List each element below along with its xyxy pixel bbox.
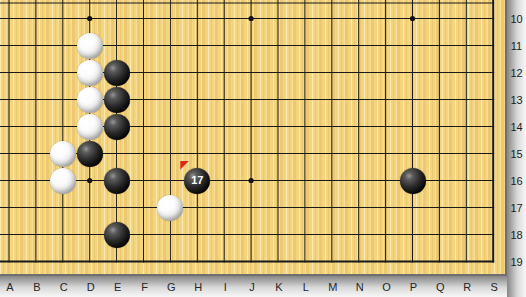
black-stone[interactable] bbox=[400, 168, 426, 194]
row-label: 10 bbox=[510, 13, 522, 25]
black-stone[interactable] bbox=[104, 87, 130, 113]
column-label: B bbox=[33, 281, 40, 293]
white-stone[interactable] bbox=[157, 195, 183, 221]
black-stone[interactable] bbox=[104, 60, 130, 86]
column-label: J bbox=[249, 281, 255, 293]
row-label: 12 bbox=[510, 67, 522, 79]
column-label: N bbox=[356, 281, 364, 293]
column-label: I bbox=[224, 281, 227, 293]
column-label: L bbox=[303, 281, 309, 293]
white-stone[interactable] bbox=[77, 114, 103, 140]
go-board-screenshot: 17 10111213141516171819 ABCDEFGHIJKLMNOP… bbox=[0, 0, 526, 297]
black-stone[interactable]: 17 bbox=[184, 168, 210, 194]
row-label: 13 bbox=[510, 94, 522, 106]
move-number-label: 17 bbox=[184, 168, 210, 194]
column-label: R bbox=[463, 281, 471, 293]
column-label: K bbox=[275, 281, 282, 293]
white-stone[interactable] bbox=[50, 168, 76, 194]
go-board[interactable]: 17 bbox=[0, 0, 507, 276]
row-label: 16 bbox=[510, 175, 522, 187]
column-label: M bbox=[328, 281, 337, 293]
column-label: S bbox=[491, 281, 498, 293]
column-label: Q bbox=[436, 281, 445, 293]
row-label: 19 bbox=[510, 256, 522, 268]
white-stone[interactable] bbox=[77, 60, 103, 86]
row-label: 17 bbox=[510, 202, 522, 214]
board-grid bbox=[0, 0, 507, 276]
column-label: H bbox=[194, 281, 202, 293]
column-label: F bbox=[141, 281, 148, 293]
row-label: 18 bbox=[510, 229, 522, 241]
row-label: 11 bbox=[511, 40, 522, 52]
row-label: 15 bbox=[510, 148, 522, 160]
black-stone[interactable] bbox=[104, 168, 130, 194]
column-label: D bbox=[87, 281, 95, 293]
row-label: 14 bbox=[510, 121, 522, 133]
column-label: G bbox=[167, 281, 176, 293]
black-stone[interactable] bbox=[77, 141, 103, 167]
black-stone[interactable] bbox=[104, 222, 130, 248]
column-label: A bbox=[6, 281, 13, 293]
column-label: E bbox=[114, 281, 121, 293]
column-label: P bbox=[410, 281, 417, 293]
column-coordinate-strip: ABCDEFGHIJKLMNOPQRS bbox=[0, 276, 507, 297]
black-stone[interactable] bbox=[104, 114, 130, 140]
white-stone[interactable] bbox=[77, 33, 103, 59]
white-stone[interactable] bbox=[77, 87, 103, 113]
column-label: O bbox=[382, 281, 391, 293]
row-coordinate-strip: 10111213141516171819 bbox=[507, 0, 526, 297]
white-stone[interactable] bbox=[50, 141, 76, 167]
column-label: C bbox=[60, 281, 68, 293]
